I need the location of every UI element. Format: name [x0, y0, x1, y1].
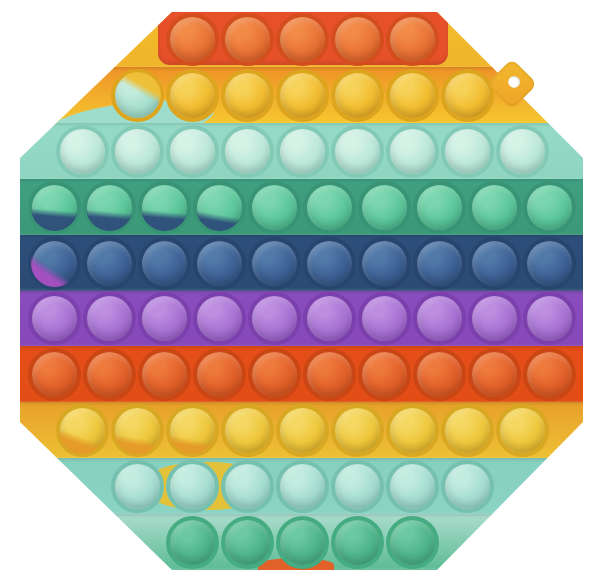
bubble-row-10-sea-green	[165, 515, 440, 570]
bubble-dome	[331, 125, 384, 178]
bubble-dome	[56, 404, 109, 457]
bubble-r2c6[interactable]	[385, 68, 440, 123]
bubble-r7c5[interactable]	[247, 347, 302, 402]
dye-blend	[196, 184, 243, 231]
bubble-dome	[386, 516, 439, 569]
bubble-dome	[331, 460, 384, 513]
bubble-dome	[166, 404, 219, 457]
bubble-dome	[468, 292, 521, 345]
bubble-row-2-yellow	[110, 68, 495, 123]
bubble-r2c3[interactable]	[220, 68, 275, 123]
bubble-dome	[138, 181, 191, 234]
bubble-dome	[303, 292, 356, 345]
bubble-r5c5[interactable]	[247, 236, 302, 291]
bubble-r8c7[interactable]	[385, 403, 440, 458]
bubble-r2c5[interactable]	[330, 68, 385, 123]
bubble-dome	[166, 460, 219, 513]
bubble-r2c1[interactable]	[110, 68, 165, 123]
bubble-r5c1[interactable]	[27, 236, 82, 291]
bubble-r4c2[interactable]	[82, 180, 137, 235]
bubble-r8c4[interactable]	[220, 403, 275, 458]
bubble-r8c9[interactable]	[495, 403, 550, 458]
bubble-r7c3[interactable]	[137, 347, 192, 402]
bubble-r9c3[interactable]	[220, 459, 275, 514]
bubble-r5c6[interactable]	[302, 236, 357, 291]
bubble-dome	[523, 292, 576, 345]
bubble-r9c1[interactable]	[110, 459, 165, 514]
bubble-dome	[221, 460, 274, 513]
dye-blend	[169, 407, 216, 454]
bubble-dome	[303, 348, 356, 401]
bubble-r6c8[interactable]	[412, 291, 467, 346]
bubble-r3c1[interactable]	[55, 124, 110, 179]
bubble-dome	[221, 69, 274, 122]
bubble-r4c10[interactable]	[522, 180, 577, 235]
bubble-dome	[28, 237, 81, 290]
bubble-dome	[331, 404, 384, 457]
bubble-dome	[468, 348, 521, 401]
bubble-r6c7[interactable]	[357, 291, 412, 346]
dye-blend	[86, 184, 133, 231]
bubble-dome	[56, 125, 109, 178]
bubble-dome	[358, 348, 411, 401]
bubble-dome	[358, 292, 411, 345]
bubble-r6c4[interactable]	[192, 291, 247, 346]
bubble-r8c5[interactable]	[275, 403, 330, 458]
bubble-r1c2[interactable]	[220, 12, 275, 67]
bubble-r3c3[interactable]	[165, 124, 220, 179]
bubble-dome	[193, 348, 246, 401]
bubble-r8c2[interactable]	[110, 403, 165, 458]
bubble-dome	[386, 404, 439, 457]
bubble-dome	[166, 69, 219, 122]
bubble-dome	[386, 13, 439, 66]
bubble-dome	[83, 348, 136, 401]
bubble-r3c9[interactable]	[495, 124, 550, 179]
bubble-dome	[166, 13, 219, 66]
bubble-r7c6[interactable]	[302, 347, 357, 402]
bubble-dome	[248, 237, 301, 290]
bubble-dome	[111, 125, 164, 178]
bubble-r4c3[interactable]	[137, 180, 192, 235]
bubble-dome	[413, 292, 466, 345]
bubble-r1c4[interactable]	[330, 12, 385, 67]
bubble-r4c8[interactable]	[412, 180, 467, 235]
bubble-r6c2[interactable]	[82, 291, 137, 346]
bubble-dome	[303, 237, 356, 290]
bubble-dome	[331, 69, 384, 122]
bubble-dome	[111, 69, 164, 122]
bubble-dome	[413, 348, 466, 401]
bubble-r5c4[interactable]	[192, 236, 247, 291]
bubble-dome	[468, 237, 521, 290]
bubble-r7c7[interactable]	[357, 347, 412, 402]
tab-hole	[506, 73, 523, 90]
bubble-r7c9[interactable]	[467, 347, 522, 402]
dye-blend	[114, 407, 161, 454]
bubble-dome	[28, 348, 81, 401]
bubble-dome	[28, 292, 81, 345]
bubble-r9c5[interactable]	[330, 459, 385, 514]
bubble-r2c7[interactable]	[440, 68, 495, 123]
bubble-r9c6[interactable]	[385, 459, 440, 514]
bubble-dome	[523, 348, 576, 401]
bubble-dome	[138, 237, 191, 290]
bubble-row-5-navy	[27, 236, 577, 291]
bubble-dome	[441, 404, 494, 457]
bubble-r8c3[interactable]	[165, 403, 220, 458]
bubble-dome	[441, 69, 494, 122]
dye-blend	[141, 184, 188, 231]
bubble-dome	[386, 69, 439, 122]
bubble-r10c5[interactable]	[385, 515, 440, 570]
bubble-dome	[441, 125, 494, 178]
bubble-r8c6[interactable]	[330, 403, 385, 458]
bubble-dome	[331, 516, 384, 569]
bubble-dome	[276, 516, 329, 569]
dye-blend	[31, 184, 78, 231]
bubble-dome	[83, 181, 136, 234]
bubble-r7c4[interactable]	[192, 347, 247, 402]
bubble-dome	[276, 13, 329, 66]
bubble-r4c9[interactable]	[467, 180, 522, 235]
bubble-r10c2[interactable]	[220, 515, 275, 570]
bubble-dome	[331, 13, 384, 66]
bubble-dome	[166, 125, 219, 178]
bubble-dome	[468, 181, 521, 234]
popit-toy-photo	[0, 0, 600, 583]
bubble-row-1-orange	[165, 12, 440, 67]
bubble-dome	[523, 181, 576, 234]
bubble-r1c3[interactable]	[275, 12, 330, 67]
bubble-dome	[193, 181, 246, 234]
bubble-r9c7[interactable]	[440, 459, 495, 514]
bubble-r6c3[interactable]	[137, 291, 192, 346]
bubble-row-9-teal	[110, 459, 495, 514]
bubble-r4c4[interactable]	[192, 180, 247, 235]
bubble-r4c6[interactable]	[302, 180, 357, 235]
bubble-dome	[248, 348, 301, 401]
bubble-dome	[83, 237, 136, 290]
bubble-r3c2[interactable]	[110, 124, 165, 179]
bubble-dome	[193, 292, 246, 345]
dye-blend	[59, 407, 106, 454]
bubble-dome	[413, 237, 466, 290]
dye-blend	[31, 240, 78, 287]
bubble-r4c1[interactable]	[27, 180, 82, 235]
bubble-dome	[496, 404, 549, 457]
bubble-r8c8[interactable]	[440, 403, 495, 458]
bubble-dome	[276, 69, 329, 122]
bubble-r9c4[interactable]	[275, 459, 330, 514]
bubble-r9c2[interactable]	[165, 459, 220, 514]
bubble-dome	[358, 237, 411, 290]
bubble-dome	[386, 125, 439, 178]
bubble-r3c6[interactable]	[330, 124, 385, 179]
bubble-r5c2[interactable]	[82, 236, 137, 291]
bubble-dome	[248, 181, 301, 234]
bubble-dome	[28, 181, 81, 234]
bubble-r5c10[interactable]	[522, 236, 577, 291]
bubble-r6c1[interactable]	[27, 291, 82, 346]
bubble-r5c3[interactable]	[137, 236, 192, 291]
bubble-dome	[303, 181, 356, 234]
bubble-r7c1[interactable]	[27, 347, 82, 402]
bubble-r4c7[interactable]	[357, 180, 412, 235]
bubble-dome	[111, 460, 164, 513]
bubble-r10c1[interactable]	[165, 515, 220, 570]
bubble-dome	[276, 404, 329, 457]
bubble-dome	[248, 292, 301, 345]
bubble-r7c10[interactable]	[522, 347, 577, 402]
bubble-dome	[138, 292, 191, 345]
bubble-r5c7[interactable]	[357, 236, 412, 291]
bubble-r3c7[interactable]	[385, 124, 440, 179]
bubble-dome	[496, 125, 549, 178]
bubble-dome	[221, 404, 274, 457]
bubble-r3c5[interactable]	[275, 124, 330, 179]
bubble-row-6-purple	[27, 291, 577, 346]
bubble-r7c8[interactable]	[412, 347, 467, 402]
bubble-row-3-mint	[55, 124, 550, 179]
bubble-dome	[221, 125, 274, 178]
bubble-r1c5[interactable]	[385, 12, 440, 67]
bubble-dome	[413, 181, 466, 234]
bubble-dome	[276, 460, 329, 513]
bubble-r2c4[interactable]	[275, 68, 330, 123]
bubble-dome	[386, 460, 439, 513]
bubble-r6c6[interactable]	[302, 291, 357, 346]
bubble-r1c1[interactable]	[165, 12, 220, 67]
bubble-r6c5[interactable]	[247, 291, 302, 346]
dye-blend	[114, 72, 161, 119]
bubble-r10c4[interactable]	[330, 515, 385, 570]
bubble-r4c5[interactable]	[247, 180, 302, 235]
bubble-dome	[138, 348, 191, 401]
bubble-r8c1[interactable]	[55, 403, 110, 458]
bubble-r6c10[interactable]	[522, 291, 577, 346]
bubble-r3c8[interactable]	[440, 124, 495, 179]
bubble-r7c2[interactable]	[82, 347, 137, 402]
bubble-dome	[221, 13, 274, 66]
bubble-dome	[358, 181, 411, 234]
bubble-r6c9[interactable]	[467, 291, 522, 346]
bubble-row-7-orange-red	[27, 347, 577, 402]
bubble-dome	[193, 237, 246, 290]
bubble-dome	[441, 460, 494, 513]
bubble-dome	[276, 125, 329, 178]
bubble-row-8-amber	[55, 403, 550, 458]
bubble-dome	[523, 237, 576, 290]
bubble-r10c3[interactable]	[275, 515, 330, 570]
bubble-dome	[166, 516, 219, 569]
bubble-dome	[83, 292, 136, 345]
bubble-r2c2[interactable]	[165, 68, 220, 123]
bubble-r5c9[interactable]	[467, 236, 522, 291]
bubble-r5c8[interactable]	[412, 236, 467, 291]
bubble-row-4-green	[27, 180, 577, 235]
bubble-dome	[221, 516, 274, 569]
bubble-r3c4[interactable]	[220, 124, 275, 179]
bubble-dome	[111, 404, 164, 457]
